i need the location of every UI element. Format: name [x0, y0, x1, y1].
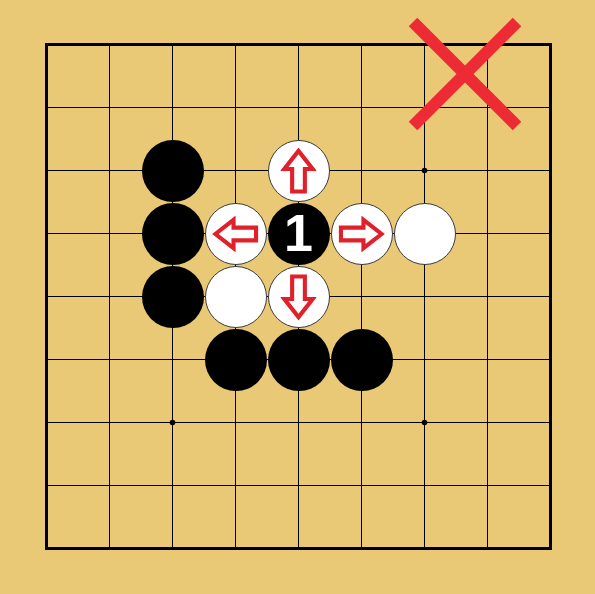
go-board: 1 [0, 0, 595, 594]
x-mark-icon [0, 0, 595, 594]
